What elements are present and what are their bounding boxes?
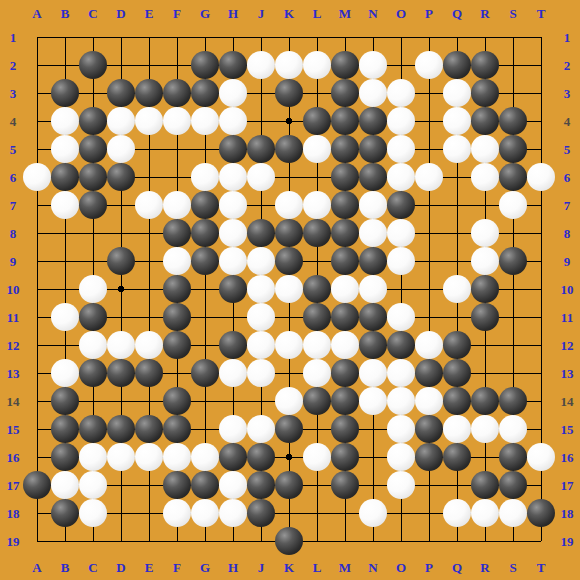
stone-E16-white[interactable]	[135, 443, 163, 471]
col-label-top-R: R	[480, 7, 489, 20]
stone-L16-white[interactable]	[303, 443, 331, 471]
stone-N13-white[interactable]	[359, 359, 387, 387]
stone-N5-black[interactable]	[359, 135, 387, 163]
stone-J16-black[interactable]	[247, 443, 275, 471]
stone-M9-black[interactable]	[331, 247, 359, 275]
stone-G7-black[interactable]	[191, 191, 219, 219]
stone-C18-white[interactable]	[79, 499, 107, 527]
stone-K8-black[interactable]	[275, 219, 303, 247]
stone-D6-black[interactable]	[107, 163, 135, 191]
col-label-top-P: P	[425, 7, 433, 20]
stone-B5-white[interactable]	[51, 135, 79, 163]
stone-K7-white[interactable]	[275, 191, 303, 219]
stone-O9-white[interactable]	[387, 247, 415, 275]
stone-H13-white[interactable]	[219, 359, 247, 387]
stone-Q16-black[interactable]	[443, 443, 471, 471]
row-label-right-13: 13	[561, 367, 574, 380]
stone-R8-white[interactable]	[471, 219, 499, 247]
stone-Q14-black[interactable]	[443, 387, 471, 415]
stone-H7-white[interactable]	[219, 191, 247, 219]
stone-R15-white[interactable]	[471, 415, 499, 443]
stone-O15-white[interactable]	[387, 415, 415, 443]
stone-H18-white[interactable]	[219, 499, 247, 527]
stone-S5-black[interactable]	[499, 135, 527, 163]
col-label-top-F: F	[173, 7, 181, 20]
stone-O13-white[interactable]	[387, 359, 415, 387]
stone-D9-black[interactable]	[107, 247, 135, 275]
stone-P16-black[interactable]	[415, 443, 443, 471]
stone-Q18-white[interactable]	[443, 499, 471, 527]
col-label-top-G: G	[200, 7, 210, 20]
stone-B17-white[interactable]	[51, 471, 79, 499]
stone-C16-white[interactable]	[79, 443, 107, 471]
stone-R10-black[interactable]	[471, 275, 499, 303]
stone-P2-white[interactable]	[415, 51, 443, 79]
stone-R5-white[interactable]	[471, 135, 499, 163]
row-label-right-7: 7	[564, 199, 571, 212]
stone-Q15-white[interactable]	[443, 415, 471, 443]
stone-M4-black[interactable]	[331, 107, 359, 135]
stone-G18-white[interactable]	[191, 499, 219, 527]
col-label-bottom-L: L	[313, 561, 322, 574]
col-label-top-C: C	[88, 7, 97, 20]
col-label-top-J: J	[258, 7, 265, 20]
row-label-left-6: 6	[10, 171, 17, 184]
stone-C10-white[interactable]	[79, 275, 107, 303]
stone-C6-black[interactable]	[79, 163, 107, 191]
col-label-bottom-S: S	[509, 561, 516, 574]
stone-O7-black[interactable]	[387, 191, 415, 219]
col-label-bottom-R: R	[480, 561, 489, 574]
stone-S15-white[interactable]	[499, 415, 527, 443]
col-label-top-M: M	[339, 7, 351, 20]
row-label-left-12: 12	[7, 339, 20, 352]
stone-S6-black[interactable]	[499, 163, 527, 191]
row-label-right-15: 15	[561, 423, 574, 436]
stone-N6-black[interactable]	[359, 163, 387, 191]
stone-G16-white[interactable]	[191, 443, 219, 471]
stone-F18-white[interactable]	[163, 499, 191, 527]
stone-Q5-white[interactable]	[443, 135, 471, 163]
row-label-right-5: 5	[564, 143, 571, 156]
stone-J2-white[interactable]	[247, 51, 275, 79]
stone-K10-white[interactable]	[275, 275, 303, 303]
stone-D3-black[interactable]	[107, 79, 135, 107]
col-label-bottom-J: J	[258, 561, 265, 574]
row-label-left-19: 19	[7, 535, 20, 548]
row-label-right-6: 6	[564, 171, 571, 184]
stone-H4-white[interactable]	[219, 107, 247, 135]
stone-E12-white[interactable]	[135, 331, 163, 359]
stone-K3-black[interactable]	[275, 79, 303, 107]
stone-S16-black[interactable]	[499, 443, 527, 471]
stone-L12-white[interactable]	[303, 331, 331, 359]
stone-M6-black[interactable]	[331, 163, 359, 191]
stone-K5-black[interactable]	[275, 135, 303, 163]
stone-G9-black[interactable]	[191, 247, 219, 275]
stone-L7-white[interactable]	[303, 191, 331, 219]
stone-K15-black[interactable]	[275, 415, 303, 443]
col-label-bottom-O: O	[396, 561, 406, 574]
stone-Q12-black[interactable]	[443, 331, 471, 359]
stone-P13-black[interactable]	[415, 359, 443, 387]
row-label-left-16: 16	[7, 451, 20, 464]
stone-D16-white[interactable]	[107, 443, 135, 471]
row-label-right-17: 17	[561, 479, 574, 492]
stone-M7-black[interactable]	[331, 191, 359, 219]
stone-M12-white[interactable]	[331, 331, 359, 359]
stone-P15-black[interactable]	[415, 415, 443, 443]
stone-B11-white[interactable]	[51, 303, 79, 331]
stone-F12-black[interactable]	[163, 331, 191, 359]
row-label-right-9: 9	[564, 255, 571, 268]
stone-J9-white[interactable]	[247, 247, 275, 275]
stone-H8-white[interactable]	[219, 219, 247, 247]
row-label-left-5: 5	[10, 143, 17, 156]
row-label-right-4: 4	[564, 115, 571, 128]
stone-E3-black[interactable]	[135, 79, 163, 107]
stone-L13-white[interactable]	[303, 359, 331, 387]
stone-B7-white[interactable]	[51, 191, 79, 219]
stone-O17-white[interactable]	[387, 471, 415, 499]
stone-F8-black[interactable]	[163, 219, 191, 247]
row-label-right-8: 8	[564, 227, 571, 240]
stone-H6-white[interactable]	[219, 163, 247, 191]
stone-G6-white[interactable]	[191, 163, 219, 191]
stone-S18-white[interactable]	[499, 499, 527, 527]
col-label-bottom-P: P	[425, 561, 433, 574]
stone-H17-white[interactable]	[219, 471, 247, 499]
stone-Q10-white[interactable]	[443, 275, 471, 303]
col-label-bottom-A: A	[32, 561, 41, 574]
stone-C5-black[interactable]	[79, 135, 107, 163]
stone-N8-white[interactable]	[359, 219, 387, 247]
stone-L8-black[interactable]	[303, 219, 331, 247]
stone-J10-white[interactable]	[247, 275, 275, 303]
stone-K14-white[interactable]	[275, 387, 303, 415]
stone-M15-black[interactable]	[331, 415, 359, 443]
stone-F15-black[interactable]	[163, 415, 191, 443]
row-label-left-4: 4	[10, 115, 17, 128]
stone-M11-black[interactable]	[331, 303, 359, 331]
stone-T16-white[interactable]	[527, 443, 555, 471]
stone-H5-black[interactable]	[219, 135, 247, 163]
row-label-left-1: 1	[10, 31, 17, 44]
col-label-top-H: H	[228, 7, 238, 20]
stone-F3-black[interactable]	[163, 79, 191, 107]
stone-M13-black[interactable]	[331, 359, 359, 387]
stone-F16-white[interactable]	[163, 443, 191, 471]
stone-J13-white[interactable]	[247, 359, 275, 387]
stone-R6-white[interactable]	[471, 163, 499, 191]
stone-L5-white[interactable]	[303, 135, 331, 163]
star-point-K4	[286, 118, 292, 124]
col-label-bottom-B: B	[61, 561, 70, 574]
stone-G13-black[interactable]	[191, 359, 219, 387]
stone-C15-black[interactable]	[79, 415, 107, 443]
stone-N2-white[interactable]	[359, 51, 387, 79]
row-label-left-11: 11	[7, 311, 19, 324]
row-label-right-1: 1	[564, 31, 571, 44]
row-label-left-8: 8	[10, 227, 17, 240]
col-label-top-K: K	[284, 7, 294, 20]
stone-B4-white[interactable]	[51, 107, 79, 135]
stone-L2-white[interactable]	[303, 51, 331, 79]
go-board[interactable]: AABBCCDDEEFFGGHHJJKKLLMMNNOOPPQQRRSSTT11…	[0, 0, 580, 580]
stone-N10-white[interactable]	[359, 275, 387, 303]
stone-H9-white[interactable]	[219, 247, 247, 275]
col-label-bottom-N: N	[368, 561, 377, 574]
col-label-bottom-E: E	[145, 561, 154, 574]
stone-F10-black[interactable]	[163, 275, 191, 303]
stone-A17-black[interactable]	[23, 471, 51, 499]
stone-D12-white[interactable]	[107, 331, 135, 359]
stone-R3-black[interactable]	[471, 79, 499, 107]
stone-D15-black[interactable]	[107, 415, 135, 443]
col-label-top-T: T	[537, 7, 546, 20]
stone-O6-white[interactable]	[387, 163, 415, 191]
stone-O12-black[interactable]	[387, 331, 415, 359]
row-label-left-18: 18	[7, 507, 20, 520]
stone-N3-white[interactable]	[359, 79, 387, 107]
stone-M17-black[interactable]	[331, 471, 359, 499]
stone-M8-black[interactable]	[331, 219, 359, 247]
stone-Q3-white[interactable]	[443, 79, 471, 107]
stone-R18-white[interactable]	[471, 499, 499, 527]
stone-B3-black[interactable]	[51, 79, 79, 107]
stone-L10-black[interactable]	[303, 275, 331, 303]
stone-Q13-black[interactable]	[443, 359, 471, 387]
row-label-right-3: 3	[564, 87, 571, 100]
stone-B18-black[interactable]	[51, 499, 79, 527]
row-label-left-3: 3	[10, 87, 17, 100]
stone-K2-white[interactable]	[275, 51, 303, 79]
row-label-right-19: 19	[561, 535, 574, 548]
col-label-bottom-F: F	[173, 561, 181, 574]
stone-M14-black[interactable]	[331, 387, 359, 415]
stone-C11-black[interactable]	[79, 303, 107, 331]
col-label-top-E: E	[145, 7, 154, 20]
col-label-top-L: L	[313, 7, 322, 20]
stone-F11-black[interactable]	[163, 303, 191, 331]
stone-R4-black[interactable]	[471, 107, 499, 135]
row-label-left-13: 13	[7, 367, 20, 380]
stone-Q4-white[interactable]	[443, 107, 471, 135]
stone-K17-black[interactable]	[275, 471, 303, 499]
col-label-bottom-T: T	[537, 561, 546, 574]
stone-C12-white[interactable]	[79, 331, 107, 359]
stone-G2-black[interactable]	[191, 51, 219, 79]
row-label-left-10: 10	[7, 283, 20, 296]
stone-O5-white[interactable]	[387, 135, 415, 163]
stone-T18-black[interactable]	[527, 499, 555, 527]
row-label-left-15: 15	[7, 423, 20, 436]
stone-G8-black[interactable]	[191, 219, 219, 247]
stone-F7-white[interactable]	[163, 191, 191, 219]
stone-R14-black[interactable]	[471, 387, 499, 415]
stone-J11-white[interactable]	[247, 303, 275, 331]
row-label-left-14: 14	[7, 395, 20, 408]
stone-L14-black[interactable]	[303, 387, 331, 415]
stone-C2-black[interactable]	[79, 51, 107, 79]
stone-R17-black[interactable]	[471, 471, 499, 499]
col-label-top-A: A	[32, 7, 41, 20]
stone-M10-white[interactable]	[331, 275, 359, 303]
stone-N4-black[interactable]	[359, 107, 387, 135]
col-label-bottom-M: M	[339, 561, 351, 574]
col-label-top-N: N	[368, 7, 377, 20]
stone-M5-black[interactable]	[331, 135, 359, 163]
stone-S17-black[interactable]	[499, 471, 527, 499]
stone-S14-black[interactable]	[499, 387, 527, 415]
stone-O8-white[interactable]	[387, 219, 415, 247]
stone-N14-white[interactable]	[359, 387, 387, 415]
col-label-bottom-C: C	[88, 561, 97, 574]
stone-F9-white[interactable]	[163, 247, 191, 275]
stone-Q2-black[interactable]	[443, 51, 471, 79]
stone-B14-black[interactable]	[51, 387, 79, 415]
stone-B6-black[interactable]	[51, 163, 79, 191]
stone-P12-white[interactable]	[415, 331, 443, 359]
stone-O14-white[interactable]	[387, 387, 415, 415]
stone-G17-black[interactable]	[191, 471, 219, 499]
stone-E13-black[interactable]	[135, 359, 163, 387]
stone-N7-white[interactable]	[359, 191, 387, 219]
stone-S7-white[interactable]	[499, 191, 527, 219]
stone-D13-black[interactable]	[107, 359, 135, 387]
col-label-top-Q: Q	[452, 7, 462, 20]
row-label-right-14: 14	[561, 395, 574, 408]
col-label-top-S: S	[509, 7, 516, 20]
stone-H12-black[interactable]	[219, 331, 247, 359]
stone-J15-white[interactable]	[247, 415, 275, 443]
stone-C17-white[interactable]	[79, 471, 107, 499]
stone-H16-black[interactable]	[219, 443, 247, 471]
stone-F14-black[interactable]	[163, 387, 191, 415]
row-label-right-18: 18	[561, 507, 574, 520]
col-label-bottom-D: D	[116, 561, 125, 574]
stone-J5-black[interactable]	[247, 135, 275, 163]
row-label-right-10: 10	[561, 283, 574, 296]
stone-J18-black[interactable]	[247, 499, 275, 527]
stone-L4-black[interactable]	[303, 107, 331, 135]
stone-R9-white[interactable]	[471, 247, 499, 275]
stone-B15-black[interactable]	[51, 415, 79, 443]
row-label-left-2: 2	[10, 59, 17, 72]
stone-B16-black[interactable]	[51, 443, 79, 471]
stone-N18-white[interactable]	[359, 499, 387, 527]
stone-P6-white[interactable]	[415, 163, 443, 191]
star-point-K16	[286, 454, 292, 460]
stone-O11-white[interactable]	[387, 303, 415, 331]
stone-N9-black[interactable]	[359, 247, 387, 275]
col-label-bottom-K: K	[284, 561, 294, 574]
stone-A6-white[interactable]	[23, 163, 51, 191]
stone-N12-black[interactable]	[359, 331, 387, 359]
stone-L11-black[interactable]	[303, 303, 331, 331]
col-label-top-B: B	[61, 7, 70, 20]
stone-C13-black[interactable]	[79, 359, 107, 387]
stone-C7-black[interactable]	[79, 191, 107, 219]
row-label-right-16: 16	[561, 451, 574, 464]
stone-H10-black[interactable]	[219, 275, 247, 303]
col-label-bottom-Q: Q	[452, 561, 462, 574]
stone-O3-white[interactable]	[387, 79, 415, 107]
stone-E15-black[interactable]	[135, 415, 163, 443]
row-label-right-11: 11	[561, 311, 573, 324]
row-label-left-7: 7	[10, 199, 17, 212]
stone-J8-black[interactable]	[247, 219, 275, 247]
row-label-left-9: 9	[10, 255, 17, 268]
stone-H2-black[interactable]	[219, 51, 247, 79]
stone-H15-white[interactable]	[219, 415, 247, 443]
stone-K19-black[interactable]	[275, 527, 303, 555]
stone-E7-white[interactable]	[135, 191, 163, 219]
stone-K12-white[interactable]	[275, 331, 303, 359]
stone-J12-white[interactable]	[247, 331, 275, 359]
stone-G4-white[interactable]	[191, 107, 219, 135]
stone-S4-black[interactable]	[499, 107, 527, 135]
stone-F17-black[interactable]	[163, 471, 191, 499]
stone-G3-black[interactable]	[191, 79, 219, 107]
stone-M2-black[interactable]	[331, 51, 359, 79]
stone-N11-black[interactable]	[359, 303, 387, 331]
col-label-top-O: O	[396, 7, 406, 20]
stone-O16-white[interactable]	[387, 443, 415, 471]
stone-M16-black[interactable]	[331, 443, 359, 471]
star-point-D10	[118, 286, 124, 292]
stone-B13-white[interactable]	[51, 359, 79, 387]
stone-J17-black[interactable]	[247, 471, 275, 499]
stone-T6-white[interactable]	[527, 163, 555, 191]
stone-O4-white[interactable]	[387, 107, 415, 135]
stone-F4-white[interactable]	[163, 107, 191, 135]
col-label-bottom-G: G	[200, 561, 210, 574]
stone-E4-white[interactable]	[135, 107, 163, 135]
stone-H3-white[interactable]	[219, 79, 247, 107]
row-label-right-12: 12	[561, 339, 574, 352]
stone-D4-white[interactable]	[107, 107, 135, 135]
stone-S9-black[interactable]	[499, 247, 527, 275]
stone-R11-black[interactable]	[471, 303, 499, 331]
col-label-top-D: D	[116, 7, 125, 20]
stone-K9-black[interactable]	[275, 247, 303, 275]
row-label-right-2: 2	[564, 59, 571, 72]
stone-J6-white[interactable]	[247, 163, 275, 191]
stone-D5-white[interactable]	[107, 135, 135, 163]
row-label-left-17: 17	[7, 479, 20, 492]
stone-C4-black[interactable]	[79, 107, 107, 135]
stone-M3-black[interactable]	[331, 79, 359, 107]
stone-P14-white[interactable]	[415, 387, 443, 415]
col-label-bottom-H: H	[228, 561, 238, 574]
stone-R2-black[interactable]	[471, 51, 499, 79]
